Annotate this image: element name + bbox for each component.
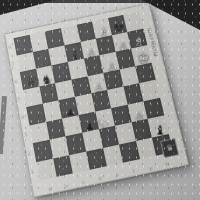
rank-label-8: 8 [7, 39, 13, 57]
rank-label-7: 7 [10, 56, 16, 74]
rank-label-1: 1 [29, 162, 36, 181]
board-surface: ♗♚♝♙♙♗♛♞♙♔♙♟♟♘♙♝♛ 87654321 abcdefgh ШАХМ… [4, 3, 189, 198]
file-label-g: g [142, 164, 160, 173]
file-label-c: c [75, 178, 93, 187]
file-label-h: h [158, 160, 176, 169]
dark-corner-top-left [0, 0, 56, 15]
rank-label-5: 5 [16, 90, 22, 108]
file-label-f: f [125, 167, 143, 176]
file-label-a: a [41, 185, 59, 194]
square-h1: ♛ [152, 134, 173, 156]
rank-label-2: 2 [26, 144, 33, 163]
chess-board: ♗♚♝♙♙♗♛♞♙♔♙♟♟♘♙♝♛ 87654321 abcdefgh ШАХМ… [0, 0, 184, 194]
rank-label-3: 3 [23, 126, 29, 145]
rank-label-4: 4 [19, 108, 25, 127]
file-label-b: b [58, 181, 76, 190]
file-label-d: d [91, 174, 109, 183]
chessboard-photo: ♗♚♝♙♙♗♛♞♙♔♙♟♟♘♙♝♛ 87654321 abcdefgh ШАХМ… [0, 0, 200, 200]
rank-label-6: 6 [13, 73, 19, 91]
table-edge-left [0, 96, 7, 154]
crown-emblem-icon: ♛ [160, 138, 179, 158]
file-label-e: e [108, 171, 126, 180]
